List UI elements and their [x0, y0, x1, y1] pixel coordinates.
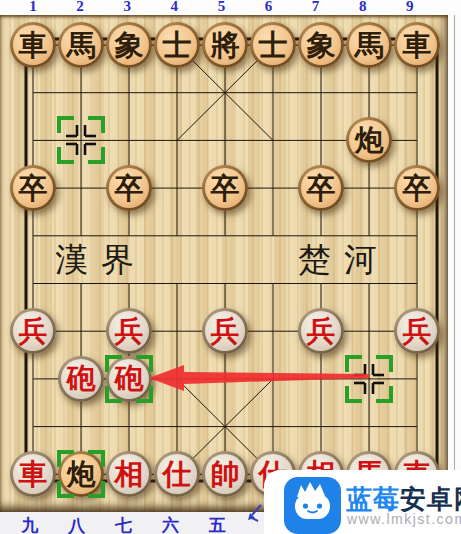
xiangqi-piece[interactable]: 卒 [394, 165, 440, 211]
selection-brackets [105, 355, 153, 403]
bracket-corner-icon [105, 386, 122, 403]
piece-face: 帥 [205, 454, 245, 494]
site-logo-icon [284, 477, 341, 534]
selection-brackets [57, 450, 105, 498]
bracket-corner-icon [105, 355, 122, 372]
bracket-corner-icon [136, 386, 153, 403]
xiangqi-piece[interactable]: 車 [10, 22, 56, 68]
file-number: 9 [406, 0, 414, 15]
file-number: 8 [359, 0, 367, 15]
file-number: 5 [218, 0, 226, 15]
xiangqi-piece[interactable]: 卒 [106, 165, 152, 211]
piece-face: 馬 [349, 25, 389, 65]
piece-char: 士 [259, 31, 288, 60]
crosshair-icon [62, 121, 100, 159]
top-coordinate-strip [0, 0, 461, 15]
bracket-corner-icon [136, 355, 153, 372]
piece-char: 士 [163, 31, 192, 60]
rank-label: 五 [209, 514, 226, 534]
site-name-primary: 蓝莓 [346, 484, 400, 514]
xiangqi-piece[interactable]: 砲 [58, 356, 104, 402]
xiangqi-app-screen: 漢界 楚河 車馬象士將士象馬車炮卒卒卒卒卒兵兵兵兵兵砲砲車炮相仕帥仕相馬車 12… [0, 0, 461, 534]
piece-char: 兵 [19, 317, 48, 346]
site-url: www.lmkjst.com [347, 511, 461, 527]
bracket-corner-icon [88, 450, 105, 467]
piece-char: 兵 [403, 317, 432, 346]
xiangqi-piece[interactable]: 兵 [202, 308, 248, 354]
xiangqi-piece[interactable]: 仕 [154, 451, 200, 497]
piece-face: 車 [13, 454, 53, 494]
xiangqi-piece[interactable]: 炮 [346, 117, 392, 163]
piece-face: 卒 [205, 168, 245, 208]
xiangqi-piece[interactable]: 卒 [298, 165, 344, 211]
piece-char: 卒 [403, 174, 432, 203]
piece-char: 象 [115, 31, 144, 60]
piece-face: 炮 [349, 120, 389, 160]
piece-face: 車 [13, 25, 53, 65]
piece-face: 仕 [157, 454, 197, 494]
xiangqi-piece[interactable]: 將 [202, 22, 248, 68]
piece-face: 卒 [397, 168, 437, 208]
piece-face: 兵 [205, 311, 245, 351]
xiangqi-piece[interactable]: 車 [10, 451, 56, 497]
piece-char: 卒 [211, 174, 240, 203]
file-number: 3 [123, 0, 131, 15]
xiangqi-piece[interactable]: 相 [106, 451, 152, 497]
piece-char: 炮 [355, 126, 384, 155]
right-margin [448, 0, 461, 534]
xiangqi-piece[interactable]: 卒 [10, 165, 56, 211]
xiangqi-piece[interactable]: 象 [106, 22, 152, 68]
xiangqi-piece[interactable]: 士 [154, 22, 200, 68]
bracket-corner-icon [57, 481, 74, 498]
piece-face: 士 [253, 25, 293, 65]
xiangqi-piece[interactable]: 卒 [202, 165, 248, 211]
piece-face: 卒 [13, 168, 53, 208]
xiangqi-piece[interactable]: 兵 [298, 308, 344, 354]
xiangqi-piece[interactable]: 兵 [10, 308, 56, 354]
right-margin-divider [454, 15, 455, 534]
file-number: 1 [29, 0, 37, 15]
file-number: 7 [312, 0, 320, 15]
xiangqi-piece[interactable]: 士 [250, 22, 296, 68]
piece-char: 砲 [67, 364, 96, 393]
piece-face: 兵 [13, 311, 53, 351]
xiangqi-piece[interactable]: 兵 [394, 308, 440, 354]
piece-char: 仕 [163, 460, 192, 489]
rank-label: 六 [162, 514, 179, 534]
piece-char: 車 [19, 31, 48, 60]
rank-label: 九 [22, 514, 39, 534]
piece-face: 卒 [109, 168, 149, 208]
piece-face: 砲 [61, 359, 101, 399]
piece-char: 兵 [115, 317, 144, 346]
xiangqi-piece[interactable]: 帥 [202, 451, 248, 497]
file-number: 4 [171, 0, 179, 15]
piece-char: 兵 [211, 317, 240, 346]
river-label-left: 漢界 [55, 238, 147, 283]
piece-face: 車 [397, 25, 437, 65]
piece-face: 將 [205, 25, 245, 65]
piece-face: 兵 [109, 311, 149, 351]
rank-label: 七 [115, 514, 132, 534]
river-label-right: 楚河 [298, 238, 390, 283]
crosshair-marker [345, 355, 393, 403]
piece-char: 將 [211, 31, 240, 60]
crosshair-icon [350, 360, 388, 398]
piece-char: 馬 [355, 31, 384, 60]
piece-char: 帥 [211, 460, 240, 489]
piece-char: 象 [307, 31, 336, 60]
piece-face: 兵 [301, 311, 341, 351]
bracket-corner-icon [57, 450, 74, 467]
watermark-panel: 蓝莓安卓网 www.lmkjst.com [264, 470, 461, 534]
piece-face: 士 [157, 25, 197, 65]
xiangqi-piece[interactable]: 馬 [346, 22, 392, 68]
piece-face: 馬 [61, 25, 101, 65]
piece-face: 象 [301, 25, 341, 65]
piece-face: 象 [109, 25, 149, 65]
piece-char: 卒 [115, 174, 144, 203]
xiangqi-piece[interactable]: 車 [394, 22, 440, 68]
piece-char: 兵 [307, 317, 336, 346]
piece-char: 卒 [19, 174, 48, 203]
bracket-corner-icon [88, 481, 105, 498]
piece-char: 馬 [67, 31, 96, 60]
piece-char: 車 [403, 31, 432, 60]
xiangqi-piece[interactable]: 馬 [58, 22, 104, 68]
file-number: 6 [265, 0, 273, 15]
piece-char: 卒 [307, 174, 336, 203]
file-number: 2 [76, 0, 84, 15]
piece-char: 相 [115, 460, 144, 489]
xiangqi-piece[interactable]: 象 [298, 22, 344, 68]
piece-char: 車 [19, 460, 48, 489]
site-name-secondary: 安卓网 [400, 484, 461, 514]
piece-face: 兵 [397, 311, 437, 351]
rank-label: 八 [68, 514, 85, 534]
crosshair-marker [57, 116, 105, 164]
piece-face: 相 [109, 454, 149, 494]
piece-face: 卒 [301, 168, 341, 208]
xiangqi-piece[interactable]: 兵 [106, 308, 152, 354]
